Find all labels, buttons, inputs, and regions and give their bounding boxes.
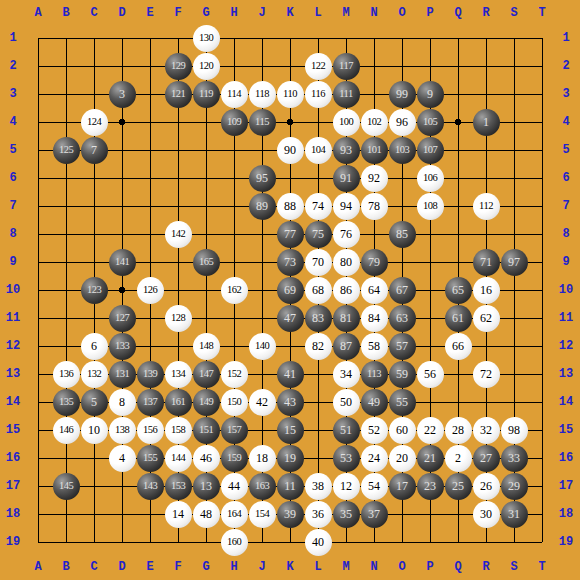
stone-G15-move-151[interactable]: 151 xyxy=(193,417,220,444)
stone-Q10-move-65[interactable]: 65 xyxy=(445,277,472,304)
stone-O10-move-67[interactable]: 67 xyxy=(389,277,416,304)
stone-N4-move-102[interactable]: 102 xyxy=(361,109,388,136)
stone-Q16-move-2[interactable]: 2 xyxy=(445,445,472,472)
stone-P17-move-23[interactable]: 23 xyxy=(417,473,444,500)
stone-B17-move-145[interactable]: 145 xyxy=(53,473,80,500)
stone-M7-move-94[interactable]: 94 xyxy=(333,193,360,220)
stone-P3-move-9[interactable]: 9 xyxy=(417,81,444,108)
stone-M6-move-91[interactable]: 91 xyxy=(333,165,360,192)
stone-N16-move-24[interactable]: 24 xyxy=(361,445,388,472)
stone-F3-move-121[interactable]: 121 xyxy=(165,81,192,108)
stone-O5-move-103[interactable]: 103 xyxy=(389,137,416,164)
stone-F18-move-14[interactable]: 14 xyxy=(165,501,192,528)
stone-R4-move-1[interactable]: 1 xyxy=(473,109,500,136)
stone-P16-move-21[interactable]: 21 xyxy=(417,445,444,472)
stone-N9-move-79[interactable]: 79 xyxy=(361,249,388,276)
go-board: 1234567891011121314151617181920212223242… xyxy=(0,0,580,580)
stone-O11-move-63[interactable]: 63 xyxy=(389,305,416,332)
stone-Q11-move-61[interactable]: 61 xyxy=(445,305,472,332)
stone-N11-move-84[interactable]: 84 xyxy=(361,305,388,332)
stone-R15-move-32[interactable]: 32 xyxy=(473,417,500,444)
stone-D16-move-4[interactable]: 4 xyxy=(109,445,136,472)
stone-F14-move-161[interactable]: 161 xyxy=(165,389,192,416)
stone-K10-move-69[interactable]: 69 xyxy=(277,277,304,304)
stone-M9-move-80[interactable]: 80 xyxy=(333,249,360,276)
stone-H14-move-150[interactable]: 150 xyxy=(221,389,248,416)
stone-B13-move-136[interactable]: 136 xyxy=(53,361,80,388)
stone-K8-move-77[interactable]: 77 xyxy=(277,221,304,248)
stone-grid[interactable]: 1234567891011121314151617181920212223242… xyxy=(24,24,556,556)
stone-M5-move-93[interactable]: 93 xyxy=(333,137,360,164)
stone-F15-move-158[interactable]: 158 xyxy=(165,417,192,444)
stone-D9-move-141[interactable]: 141 xyxy=(109,249,136,276)
stone-O15-move-60[interactable]: 60 xyxy=(389,417,416,444)
stone-D12-move-133[interactable]: 133 xyxy=(109,333,136,360)
stone-O17-move-17[interactable]: 17 xyxy=(389,473,416,500)
stone-L5-move-104[interactable]: 104 xyxy=(305,137,332,164)
stone-M12-move-87[interactable]: 87 xyxy=(333,333,360,360)
stone-N7-move-78[interactable]: 78 xyxy=(361,193,388,220)
stone-E14-move-137[interactable]: 137 xyxy=(137,389,164,416)
stone-C4-move-124[interactable]: 124 xyxy=(81,109,108,136)
stone-G9-move-165[interactable]: 165 xyxy=(193,249,220,276)
stone-G12-move-148[interactable]: 148 xyxy=(193,333,220,360)
stone-R13-move-72[interactable]: 72 xyxy=(473,361,500,388)
stone-K9-move-73[interactable]: 73 xyxy=(277,249,304,276)
stone-F11-move-128[interactable]: 128 xyxy=(165,305,192,332)
stone-S15-move-98[interactable]: 98 xyxy=(501,417,528,444)
stone-J7-move-89[interactable]: 89 xyxy=(249,193,276,220)
stone-R16-move-27[interactable]: 27 xyxy=(473,445,500,472)
stone-O4-move-96[interactable]: 96 xyxy=(389,109,416,136)
stone-G16-move-46[interactable]: 46 xyxy=(193,445,220,472)
stone-M17-move-12[interactable]: 12 xyxy=(333,473,360,500)
stone-O8-move-85[interactable]: 85 xyxy=(389,221,416,248)
stone-L12-move-82[interactable]: 82 xyxy=(305,333,332,360)
stone-R17-move-26[interactable]: 26 xyxy=(473,473,500,500)
stone-J4-move-115[interactable]: 115 xyxy=(249,109,276,136)
stone-S16-move-33[interactable]: 33 xyxy=(501,445,528,472)
stone-F17-move-153[interactable]: 153 xyxy=(165,473,192,500)
stone-Q12-move-66[interactable]: 66 xyxy=(445,333,472,360)
stone-K15-move-15[interactable]: 15 xyxy=(277,417,304,444)
stone-N5-move-101[interactable]: 101 xyxy=(361,137,388,164)
stone-G18-move-48[interactable]: 48 xyxy=(193,501,220,528)
stone-C10-move-123[interactable]: 123 xyxy=(81,277,108,304)
stone-J18-move-154[interactable]: 154 xyxy=(249,501,276,528)
stone-H17-move-44[interactable]: 44 xyxy=(221,473,248,500)
stone-H13-move-152[interactable]: 152 xyxy=(221,361,248,388)
stone-K18-move-39[interactable]: 39 xyxy=(277,501,304,528)
stone-L11-move-83[interactable]: 83 xyxy=(305,305,332,332)
stone-K5-move-90[interactable]: 90 xyxy=(277,137,304,164)
stone-L2-move-122[interactable]: 122 xyxy=(305,53,332,80)
stone-D14-move-8[interactable]: 8 xyxy=(109,389,136,416)
stone-D3-move-3[interactable]: 3 xyxy=(109,81,136,108)
stone-F16-move-144[interactable]: 144 xyxy=(165,445,192,472)
stone-B15-move-146[interactable]: 146 xyxy=(53,417,80,444)
stone-P13-move-56[interactable]: 56 xyxy=(417,361,444,388)
stone-F2-move-129[interactable]: 129 xyxy=(165,53,192,80)
stone-M14-move-50[interactable]: 50 xyxy=(333,389,360,416)
stone-K3-move-110[interactable]: 110 xyxy=(277,81,304,108)
stone-H3-move-114[interactable]: 114 xyxy=(221,81,248,108)
stone-O13-move-59[interactable]: 59 xyxy=(389,361,416,388)
stone-O3-move-99[interactable]: 99 xyxy=(389,81,416,108)
stone-G17-move-13[interactable]: 13 xyxy=(193,473,220,500)
stone-G13-move-147[interactable]: 147 xyxy=(193,361,220,388)
stone-K14-move-43[interactable]: 43 xyxy=(277,389,304,416)
stone-F8-move-142[interactable]: 142 xyxy=(165,221,192,248)
stone-L19-move-40[interactable]: 40 xyxy=(305,529,332,556)
stone-C5-move-7[interactable]: 7 xyxy=(81,137,108,164)
stone-J6-move-95[interactable]: 95 xyxy=(249,165,276,192)
stone-K17-move-11[interactable]: 11 xyxy=(277,473,304,500)
stone-S17-move-29[interactable]: 29 xyxy=(501,473,528,500)
stone-C15-move-10[interactable]: 10 xyxy=(81,417,108,444)
stone-R10-move-16[interactable]: 16 xyxy=(473,277,500,304)
stone-C12-move-6[interactable]: 6 xyxy=(81,333,108,360)
stone-D15-move-138[interactable]: 138 xyxy=(109,417,136,444)
stone-J12-move-140[interactable]: 140 xyxy=(249,333,276,360)
stone-O14-move-55[interactable]: 55 xyxy=(389,389,416,416)
stone-L3-move-116[interactable]: 116 xyxy=(305,81,332,108)
stone-H18-move-164[interactable]: 164 xyxy=(221,501,248,528)
stone-L9-move-70[interactable]: 70 xyxy=(305,249,332,276)
stone-B5-move-125[interactable]: 125 xyxy=(53,137,80,164)
stone-M16-move-53[interactable]: 53 xyxy=(333,445,360,472)
stone-K7-move-88[interactable]: 88 xyxy=(277,193,304,220)
stone-M18-move-35[interactable]: 35 xyxy=(333,501,360,528)
stone-M8-move-76[interactable]: 76 xyxy=(333,221,360,248)
stone-P5-move-107[interactable]: 107 xyxy=(417,137,444,164)
stone-M2-move-117[interactable]: 117 xyxy=(333,53,360,80)
stone-N15-move-52[interactable]: 52 xyxy=(361,417,388,444)
stone-Q17-move-25[interactable]: 25 xyxy=(445,473,472,500)
stone-R7-move-112[interactable]: 112 xyxy=(473,193,500,220)
stone-C13-move-132[interactable]: 132 xyxy=(81,361,108,388)
stone-P7-move-108[interactable]: 108 xyxy=(417,193,444,220)
stone-K11-move-47[interactable]: 47 xyxy=(277,305,304,332)
stone-G2-move-120[interactable]: 120 xyxy=(193,53,220,80)
stone-P6-move-106[interactable]: 106 xyxy=(417,165,444,192)
stone-N12-move-58[interactable]: 58 xyxy=(361,333,388,360)
stone-E13-move-139[interactable]: 139 xyxy=(137,361,164,388)
stone-M4-move-100[interactable]: 100 xyxy=(333,109,360,136)
stone-P4-move-105[interactable]: 105 xyxy=(417,109,444,136)
stone-N14-move-49[interactable]: 49 xyxy=(361,389,388,416)
stone-R11-move-62[interactable]: 62 xyxy=(473,305,500,332)
stone-L10-move-68[interactable]: 68 xyxy=(305,277,332,304)
stone-N13-move-113[interactable]: 113 xyxy=(361,361,388,388)
stone-H10-move-162[interactable]: 162 xyxy=(221,277,248,304)
stone-M3-move-111[interactable]: 111 xyxy=(333,81,360,108)
stone-O16-move-20[interactable]: 20 xyxy=(389,445,416,472)
stone-H16-move-159[interactable]: 159 xyxy=(221,445,248,472)
stone-J3-move-118[interactable]: 118 xyxy=(249,81,276,108)
stone-L18-move-36[interactable]: 36 xyxy=(305,501,332,528)
stone-B14-move-135[interactable]: 135 xyxy=(53,389,80,416)
stone-J16-move-18[interactable]: 18 xyxy=(249,445,276,472)
stone-M13-move-34[interactable]: 34 xyxy=(333,361,360,388)
stone-D13-move-131[interactable]: 131 xyxy=(109,361,136,388)
stone-Q15-move-28[interactable]: 28 xyxy=(445,417,472,444)
stone-C14-move-5[interactable]: 5 xyxy=(81,389,108,416)
stone-N6-move-92[interactable]: 92 xyxy=(361,165,388,192)
stone-G3-move-119[interactable]: 119 xyxy=(193,81,220,108)
stone-K13-move-41[interactable]: 41 xyxy=(277,361,304,388)
stone-H19-move-160[interactable]: 160 xyxy=(221,529,248,556)
stone-E10-move-126[interactable]: 126 xyxy=(137,277,164,304)
stone-M11-move-81[interactable]: 81 xyxy=(333,305,360,332)
stone-E15-move-156[interactable]: 156 xyxy=(137,417,164,444)
stone-E17-move-143[interactable]: 143 xyxy=(137,473,164,500)
stone-N17-move-54[interactable]: 54 xyxy=(361,473,388,500)
stone-M15-move-51[interactable]: 51 xyxy=(333,417,360,444)
stone-F13-move-134[interactable]: 134 xyxy=(165,361,192,388)
stone-D11-move-127[interactable]: 127 xyxy=(109,305,136,332)
stone-L17-move-38[interactable]: 38 xyxy=(305,473,332,500)
stone-H4-move-109[interactable]: 109 xyxy=(221,109,248,136)
stone-N10-move-64[interactable]: 64 xyxy=(361,277,388,304)
stone-K16-move-19[interactable]: 19 xyxy=(277,445,304,472)
stone-J14-move-42[interactable]: 42 xyxy=(249,389,276,416)
stone-E16-move-155[interactable]: 155 xyxy=(137,445,164,472)
stone-N18-move-37[interactable]: 37 xyxy=(361,501,388,528)
stone-G14-move-149[interactable]: 149 xyxy=(193,389,220,416)
stone-O12-move-57[interactable]: 57 xyxy=(389,333,416,360)
stone-R18-move-30[interactable]: 30 xyxy=(473,501,500,528)
stone-L8-move-75[interactable]: 75 xyxy=(305,221,332,248)
stone-R9-move-71[interactable]: 71 xyxy=(473,249,500,276)
stone-P15-move-22[interactable]: 22 xyxy=(417,417,444,444)
stone-S9-move-97[interactable]: 97 xyxy=(501,249,528,276)
stone-L7-move-74[interactable]: 74 xyxy=(305,193,332,220)
stone-G1-move-130[interactable]: 130 xyxy=(193,25,220,52)
stone-J17-move-163[interactable]: 163 xyxy=(249,473,276,500)
stone-S18-move-31[interactable]: 31 xyxy=(501,501,528,528)
stone-H15-move-157[interactable]: 157 xyxy=(221,417,248,444)
stone-M10-move-86[interactable]: 86 xyxy=(333,277,360,304)
